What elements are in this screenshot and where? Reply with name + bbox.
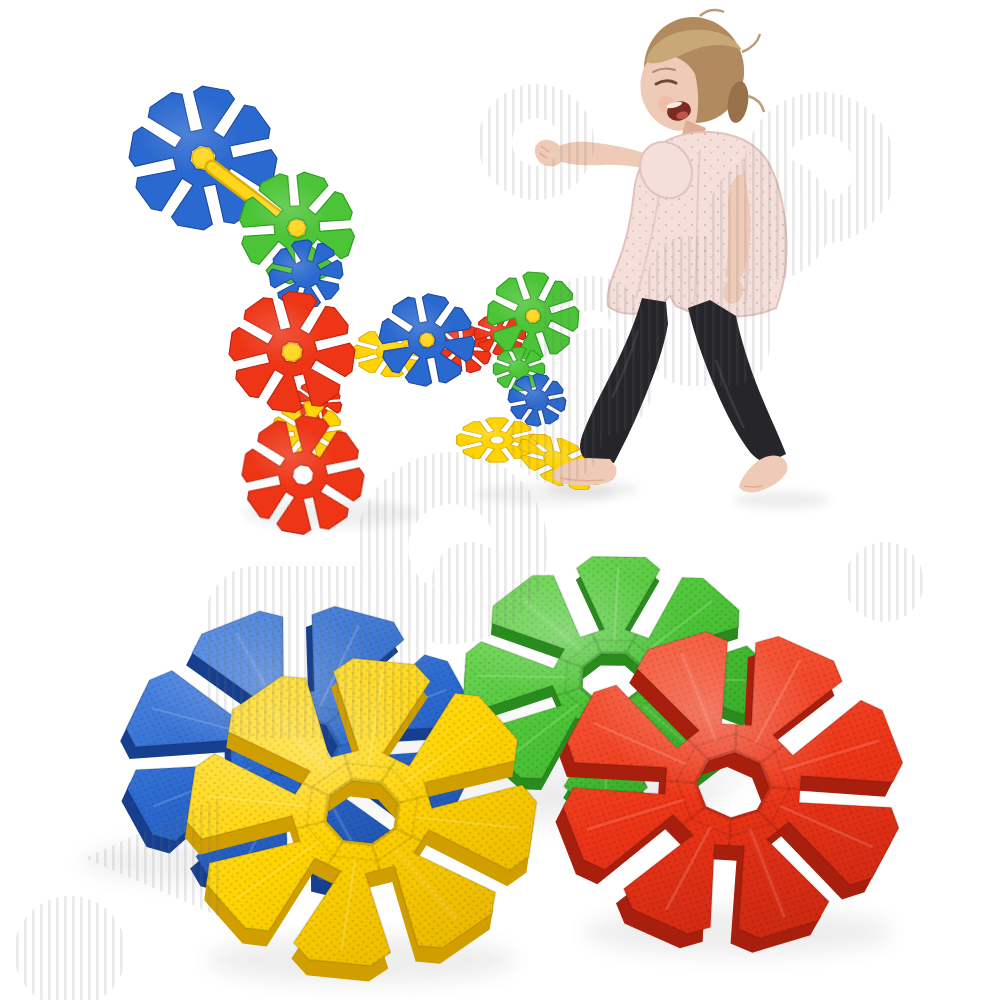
watermark-shape (844, 542, 924, 622)
watermark-shape (546, 328, 654, 436)
product-photo (0, 0, 1000, 1000)
scene-svg (0, 0, 1000, 1000)
watermark-shape (432, 542, 508, 618)
watermark-shape (648, 236, 770, 386)
soft-shadow (734, 491, 830, 509)
watermark-shape (206, 566, 428, 738)
